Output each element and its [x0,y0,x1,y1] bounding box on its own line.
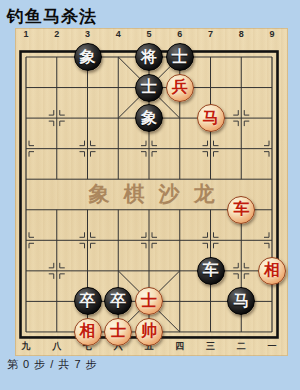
piece-black[interactable]: 卒 [74,287,102,315]
piece-red[interactable]: 车 [227,196,255,224]
col-label-bottom: 二 [226,340,256,353]
col-label-top: 4 [103,29,133,39]
piece-black[interactable]: 士 [135,74,163,102]
piece-red[interactable]: 帅 [135,318,163,346]
piece-red[interactable]: 相 [74,318,102,346]
col-label-bottom: 八 [42,340,72,353]
col-label-top: 1 [11,29,41,39]
col-label-bottom: 三 [196,340,226,353]
col-label-top: 2 [42,29,72,39]
col-label-top: 8 [226,29,256,39]
col-label-top: 9 [257,29,287,39]
col-label-bottom: 九 [11,340,41,353]
xiangqi-board[interactable]: 123456789 九八七六五四三二一 象棋沙龙 象将士士兵象马车车相卒卒士马相… [15,28,288,356]
piece-black[interactable]: 士 [166,43,194,71]
col-label-top: 7 [196,29,226,39]
piece-red[interactable]: 相 [258,257,286,285]
piece-black[interactable]: 车 [197,257,225,285]
piece-red[interactable]: 士 [104,318,132,346]
col-label-top: 5 [134,29,164,39]
col-label-top: 6 [165,29,195,39]
xiangqi-app: 钓鱼马杀法 123456789 九八七六五四三二一 象棋沙龙 象将士士兵象马车车… [0,0,300,390]
col-label-top: 3 [73,29,103,39]
piece-black[interactable]: 象 [135,104,163,132]
piece-red[interactable]: 马 [197,104,225,132]
step-status: 第 0 步 / 共 7 步 [7,357,98,372]
col-label-bottom: 四 [165,340,195,353]
page-title: 钓鱼马杀法 [7,5,97,28]
piece-red[interactable]: 兵 [166,74,194,102]
col-label-bottom: 一 [257,340,287,353]
piece-black[interactable]: 象 [74,43,102,71]
piece-black[interactable]: 将 [135,43,163,71]
